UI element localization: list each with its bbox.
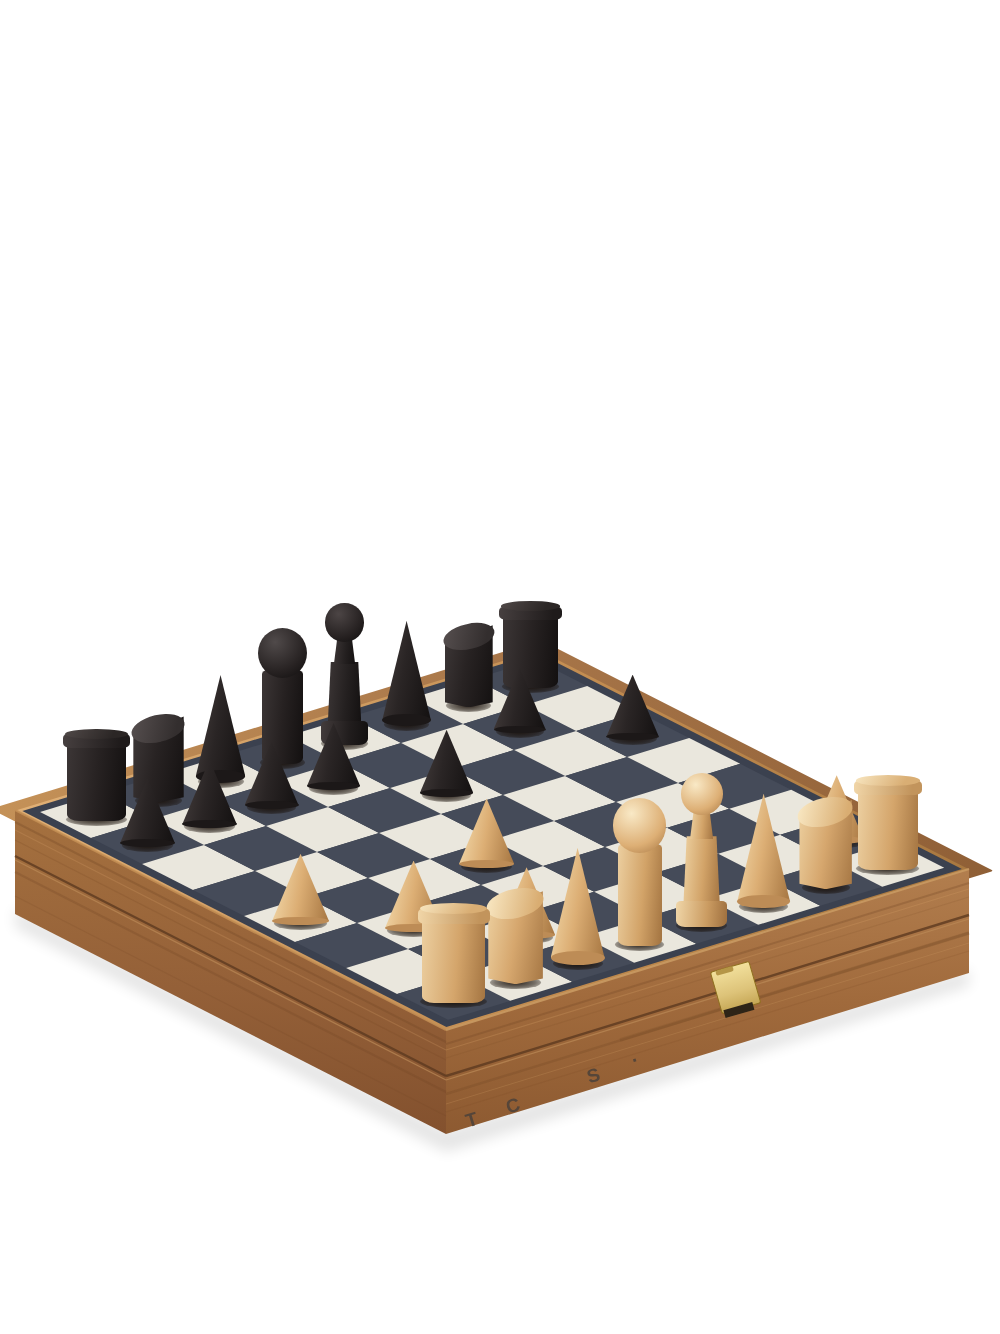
product-photo-scene: T C S · ♜♞♝♛♚♝♞♜♟♟♟♟♟♟♟♙♙♙♙♙♖♘♗♕♔♗♘♖ <box>0 0 1000 1334</box>
white-queen-d1[interactable]: ♕ <box>613 798 667 946</box>
pieces-layer: ♜♞♝♛♚♝♞♜♟♟♟♟♟♟♟♙♙♙♙♙♖♘♗♕♔♗♘♖ <box>0 0 1000 1334</box>
white-bishop-f1[interactable]: ♗ <box>737 794 790 909</box>
black-pawn-e6[interactable]: ♟ <box>420 730 474 798</box>
black-pawn-d7[interactable]: ♟ <box>307 723 361 790</box>
black-knight-g8[interactable]: ♞ <box>445 623 493 708</box>
white-knight-b1[interactable]: ♘ <box>488 888 543 984</box>
black-pawn-a7[interactable]: ♟ <box>120 778 175 847</box>
white-bishop-c1[interactable]: ♗ <box>551 848 605 966</box>
black-pawn-h6[interactable]: ♟ <box>606 675 658 741</box>
white-rook-h1[interactable]: ♖ <box>854 775 922 870</box>
black-bishop-f8[interactable]: ♝ <box>382 621 431 727</box>
black-pawn-c7[interactable]: ♟ <box>245 741 299 809</box>
white-pawn-a4[interactable]: ♙ <box>272 854 329 926</box>
black-pawn-g7[interactable]: ♟ <box>494 668 546 734</box>
white-pawn-d4[interactable]: ♙ <box>459 799 514 869</box>
white-king-e1[interactable]: ♔ <box>674 773 729 927</box>
white-knight-g1[interactable]: ♘ <box>799 797 851 889</box>
white-rook-a1[interactable]: ♖ <box>418 903 490 1004</box>
black-pawn-b7[interactable]: ♟ <box>182 760 236 829</box>
